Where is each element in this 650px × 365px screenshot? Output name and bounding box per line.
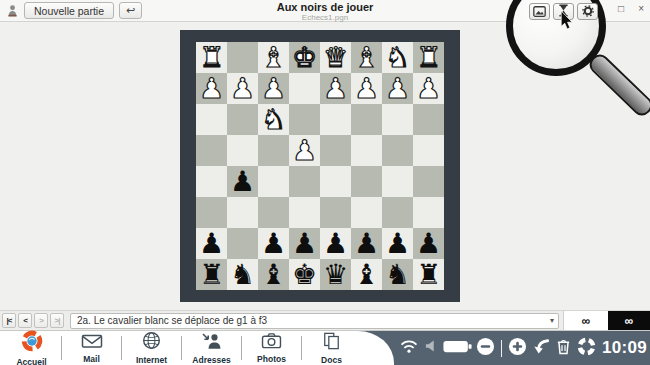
magnifier-handle <box>586 51 650 120</box>
image-icon <box>533 3 546 21</box>
taskbar-label: Internet <box>136 355 167 365</box>
taskbar-label: Docs <box>321 355 342 365</box>
square-a5[interactable] <box>413 166 444 197</box>
square-c1[interactable]: ♝ <box>351 42 382 73</box>
pgn-filename: Echecs1.pgn <box>150 13 500 22</box>
square-c8[interactable]: ♝ <box>351 259 382 290</box>
piece-bP: ♟ <box>413 228 444 259</box>
square-c7[interactable]: ♟ <box>351 228 382 259</box>
taskbar-item-docs[interactable]: Docs <box>302 331 361 365</box>
square-d6[interactable] <box>320 197 351 228</box>
docs-icon <box>322 332 341 354</box>
piece-bN: ♞ <box>382 259 413 290</box>
maximize-button[interactable]: □ <box>618 4 624 14</box>
camera-icon <box>261 332 282 353</box>
globe-icon <box>142 331 161 354</box>
square-c6[interactable] <box>351 197 382 228</box>
piece-wP: ♟ <box>258 73 289 104</box>
piece-bN: ♞ <box>227 259 258 290</box>
wifi-icon[interactable] <box>399 339 419 358</box>
square-b6[interactable] <box>382 197 413 228</box>
screen: Nouvelle partie ↩ Aux noirs de jouer Ech… <box>0 0 650 365</box>
home-logo-icon <box>21 330 43 356</box>
gear-button[interactable] <box>577 3 598 20</box>
white-clock: ∞ <box>563 311 608 331</box>
system-tray: 10:09 <box>399 331 650 365</box>
taskbar-item-photos[interactable]: Photos <box>242 331 301 365</box>
square-d3[interactable] <box>320 104 351 135</box>
square-f2[interactable]: ♟ <box>258 73 289 104</box>
move-bar: |< < > >| 2a. Le cavalier blanc se dépla… <box>0 310 650 330</box>
piece-bB: ♝ <box>258 259 289 290</box>
volume-icon[interactable] <box>425 339 436 357</box>
square-e4[interactable]: ♟ <box>289 135 320 166</box>
black-clock: ∞ <box>608 311 650 331</box>
square-g5[interactable]: ♟ <box>227 166 258 197</box>
square-d4[interactable] <box>320 135 351 166</box>
taskbar: Accueil Mail Internet Adre <box>0 330 650 365</box>
undo-move-button[interactable]: ↩ <box>119 2 142 19</box>
piece-wP: ♟ <box>320 73 351 104</box>
piece-bP: ♟ <box>320 228 351 259</box>
square-c2[interactable]: ♟ <box>351 73 382 104</box>
chevron-down-icon: ▾ <box>550 316 554 325</box>
mail-icon <box>81 333 103 353</box>
square-a2[interactable]: ♟ <box>413 73 444 104</box>
taskbar-label: Photos <box>257 354 286 364</box>
square-h7[interactable]: ♟ <box>196 228 227 259</box>
square-h5[interactable] <box>196 166 227 197</box>
contacts-icon <box>201 332 223 354</box>
piece-bK: ♚ <box>289 259 320 290</box>
taskbar-item-internet[interactable]: Internet <box>122 331 181 365</box>
taskbar-label: Accueil <box>16 357 46 365</box>
taskbar-item-accueil[interactable]: Accueil <box>2 331 61 365</box>
square-a8[interactable]: ♜ <box>413 259 444 290</box>
square-h2[interactable]: ♟ <box>196 73 227 104</box>
square-a6[interactable] <box>413 197 444 228</box>
piece-wP: ♟ <box>413 73 444 104</box>
square-c4[interactable] <box>351 135 382 166</box>
square-g4[interactable] <box>227 135 258 166</box>
piece-wK: ♚ <box>289 42 320 73</box>
piece-bP: ♟ <box>289 228 320 259</box>
square-f7[interactable]: ♟ <box>258 228 289 259</box>
piece-wR: ♜ <box>196 42 227 73</box>
square-e8[interactable]: ♚ <box>289 259 320 290</box>
square-g7[interactable] <box>227 228 258 259</box>
move-description-text: 2a. Le cavalier blanc se déplace de g1 à… <box>77 315 267 326</box>
launcher-pill: Accueil Mail Internet Adre <box>0 331 394 365</box>
square-b8[interactable]: ♞ <box>382 259 413 290</box>
title-block: Aux noirs de jouer Echecs1.pgn <box>150 1 500 22</box>
square-b7[interactable]: ♟ <box>382 228 413 259</box>
zoom-out-button[interactable] <box>476 337 495 360</box>
piece-bR: ♜ <box>413 259 444 290</box>
square-f3[interactable]: ♞ <box>258 104 289 135</box>
square-c3[interactable] <box>351 104 382 135</box>
square-h4[interactable] <box>196 135 227 166</box>
piece-wP: ♟ <box>196 73 227 104</box>
piece-bP: ♟ <box>258 228 289 259</box>
nav-first-button[interactable]: |< <box>2 313 16 328</box>
square-g1[interactable] <box>227 42 258 73</box>
square-e2[interactable] <box>289 73 320 104</box>
tray-divider <box>501 340 503 357</box>
piece-wP: ♟ <box>227 73 258 104</box>
piece-bB: ♝ <box>351 259 382 290</box>
square-b2[interactable]: ♟ <box>382 73 413 104</box>
square-d7[interactable]: ♟ <box>320 228 351 259</box>
square-f5[interactable] <box>258 166 289 197</box>
piece-bR: ♜ <box>196 259 227 290</box>
taskbar-item-adresses[interactable]: Adresses <box>182 331 241 365</box>
square-e3[interactable] <box>289 104 320 135</box>
taskbar-label: Adresses <box>192 355 230 365</box>
square-d5[interactable] <box>320 166 351 197</box>
help-lifebuoy-icon[interactable] <box>577 337 596 360</box>
taskbar-label: Mail <box>83 354 100 364</box>
close-button[interactable]: × <box>638 4 644 14</box>
piece-bP: ♟ <box>227 166 258 197</box>
piece-bP: ♟ <box>382 228 413 259</box>
square-g2[interactable]: ♟ <box>227 73 258 104</box>
nav-prev-button[interactable]: < <box>18 313 32 328</box>
square-d1[interactable]: ♛ <box>320 42 351 73</box>
square-h8[interactable]: ♜ <box>196 259 227 290</box>
piece-wN: ♞ <box>382 42 413 73</box>
piece-bP: ♟ <box>196 228 227 259</box>
square-g8[interactable]: ♞ <box>227 259 258 290</box>
square-g3[interactable] <box>227 104 258 135</box>
square-b3[interactable] <box>382 104 413 135</box>
piece-wR: ♜ <box>413 42 444 73</box>
square-a1[interactable]: ♜ <box>413 42 444 73</box>
piece-bQ: ♛ <box>320 259 351 290</box>
taskbar-item-mail[interactable]: Mail <box>62 331 121 365</box>
piece-bP: ♟ <box>351 228 382 259</box>
square-e7[interactable]: ♟ <box>289 228 320 259</box>
piece-wP: ♟ <box>382 73 413 104</box>
square-a4[interactable] <box>413 135 444 166</box>
square-a7[interactable]: ♟ <box>413 228 444 259</box>
square-g6[interactable] <box>227 197 258 228</box>
square-h1[interactable]: ♜ <box>196 42 227 73</box>
image-button[interactable] <box>529 3 550 20</box>
piece-wP: ♟ <box>351 73 382 104</box>
move-description-dropdown[interactable]: 2a. Le cavalier blanc se déplace de g1 à… <box>70 313 559 329</box>
square-f4[interactable] <box>258 135 289 166</box>
square-h6[interactable] <box>196 197 227 228</box>
nav-next-button[interactable]: > <box>34 313 48 328</box>
piece-wP: ♟ <box>289 135 320 166</box>
battery-icon <box>442 339 473 358</box>
square-f6[interactable] <box>258 197 289 228</box>
zoom-in-button[interactable] <box>508 337 527 360</box>
square-b4[interactable] <box>382 135 413 166</box>
trash-icon[interactable] <box>556 338 571 359</box>
nav-last-button[interactable]: >| <box>50 313 64 328</box>
square-e1[interactable]: ♚ <box>289 42 320 73</box>
square-c5[interactable] <box>351 166 382 197</box>
chess-board: ♜♝♚♛♝♞♜♟♟♟♟♟♟♟♞♟♟♟♟♟♟♟♟♟♜♞♝♚♛♝♞♜ <box>196 42 444 290</box>
piece-wB: ♝ <box>258 42 289 73</box>
square-f8[interactable]: ♝ <box>258 259 289 290</box>
square-f1[interactable]: ♝ <box>258 42 289 73</box>
window-controls: □ × <box>618 4 644 14</box>
new-game-button[interactable]: Nouvelle partie <box>24 2 114 19</box>
square-a3[interactable] <box>413 104 444 135</box>
undo-arrow-icon[interactable] <box>533 338 550 359</box>
square-e6[interactable] <box>289 197 320 228</box>
square-h3[interactable] <box>196 104 227 135</box>
piece-wB: ♝ <box>351 42 382 73</box>
square-e5[interactable] <box>289 166 320 197</box>
piece-wN: ♞ <box>258 104 289 135</box>
board-frame: ♜♝♚♛♝♞♜♟♟♟♟♟♟♟♞♟♟♟♟♟♟♟♟♟♜♞♝♚♛♝♞♜ <box>180 30 460 302</box>
clock-time: 10:09 <box>602 338 647 358</box>
mouse-cursor-icon <box>560 11 573 34</box>
square-d2[interactable]: ♟ <box>320 73 351 104</box>
app-pawn-icon <box>6 4 19 17</box>
square-d8[interactable]: ♛ <box>320 259 351 290</box>
square-b1[interactable]: ♞ <box>382 42 413 73</box>
gear-icon <box>582 3 594 21</box>
page-title: Aux noirs de jouer <box>150 1 500 13</box>
piece-wQ: ♛ <box>320 42 351 73</box>
square-b5[interactable] <box>382 166 413 197</box>
